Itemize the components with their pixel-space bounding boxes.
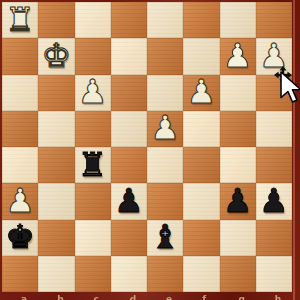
square-c7[interactable] (75, 38, 111, 74)
square-f6[interactable]: ♟ (183, 75, 219, 111)
square-h6[interactable] (256, 75, 292, 111)
square-e4[interactable] (147, 147, 183, 183)
black-pawn[interactable]: ♟ (223, 184, 253, 217)
white-pawn[interactable]: ♟ (78, 75, 108, 108)
file-label-a: a (21, 295, 27, 300)
square-e5[interactable]: ♟ (147, 111, 183, 147)
square-g3[interactable]: ♟ (220, 183, 256, 219)
square-c1[interactable] (75, 256, 111, 292)
square-b8[interactable] (38, 2, 74, 38)
square-d7[interactable] (111, 38, 147, 74)
file-label-b: b (57, 295, 63, 300)
square-f2[interactable] (183, 220, 219, 256)
square-f7[interactable] (183, 38, 219, 74)
square-a1[interactable] (2, 256, 38, 292)
black-bishop[interactable]: ♝ (150, 220, 180, 253)
square-b3[interactable] (38, 183, 74, 219)
square-c2[interactable] (75, 220, 111, 256)
frame-edge-highlight (293, 0, 295, 300)
black-king[interactable]: ♚ (5, 220, 35, 253)
square-a7[interactable] (2, 38, 38, 74)
square-c6[interactable]: ♟ (75, 75, 111, 111)
square-b1[interactable] (38, 256, 74, 292)
square-c4[interactable]: ♜ (75, 147, 111, 183)
square-a5[interactable] (2, 111, 38, 147)
square-a3[interactable]: ♟ (2, 183, 38, 219)
white-rook[interactable]: ♜ (5, 3, 35, 36)
square-d6[interactable] (111, 75, 147, 111)
file-label-d: d (130, 295, 136, 300)
square-b4[interactable] (38, 147, 74, 183)
white-pawn[interactable]: ♟ (223, 39, 253, 72)
file-label-h: h (275, 295, 281, 300)
square-h8[interactable] (256, 2, 292, 38)
square-f1[interactable] (183, 256, 219, 292)
square-a8[interactable]: ♜ (2, 2, 38, 38)
square-d2[interactable] (111, 220, 147, 256)
square-a2[interactable]: ♚ (2, 220, 38, 256)
square-f5[interactable] (183, 111, 219, 147)
square-d3[interactable]: ♟ (111, 183, 147, 219)
white-king[interactable]: ♚ (42, 39, 72, 72)
square-h1[interactable] (256, 256, 292, 292)
square-e1[interactable] (147, 256, 183, 292)
board-frame: ♜♚♟♟♟♟♟♜♟♟♟♟♚♝ abcdefgh (0, 0, 300, 300)
square-c5[interactable] (75, 111, 111, 147)
chess-board: ♜♚♟♟♟♟♟♜♟♟♟♟♚♝ (2, 2, 292, 292)
square-f8[interactable] (183, 2, 219, 38)
square-b2[interactable] (38, 220, 74, 256)
square-g4[interactable] (220, 147, 256, 183)
square-a6[interactable] (2, 75, 38, 111)
file-label-c: c (94, 295, 99, 300)
white-pawn[interactable]: ♟ (259, 39, 289, 72)
square-g6[interactable] (220, 75, 256, 111)
square-c3[interactable] (75, 183, 111, 219)
white-pawn[interactable]: ♟ (187, 75, 217, 108)
square-e7[interactable] (147, 38, 183, 74)
square-f4[interactable] (183, 147, 219, 183)
square-b7[interactable]: ♚ (38, 38, 74, 74)
square-e6[interactable] (147, 75, 183, 111)
file-label-g: g (239, 295, 245, 300)
square-h4[interactable] (256, 147, 292, 183)
square-g5[interactable] (220, 111, 256, 147)
black-pawn[interactable]: ♟ (259, 184, 289, 217)
square-d1[interactable] (111, 256, 147, 292)
square-d8[interactable] (111, 2, 147, 38)
square-b6[interactable] (38, 75, 74, 111)
square-g7[interactable]: ♟ (220, 38, 256, 74)
square-e3[interactable] (147, 183, 183, 219)
square-b5[interactable] (38, 111, 74, 147)
square-h3[interactable]: ♟ (256, 183, 292, 219)
square-e2[interactable]: ♝ (147, 220, 183, 256)
square-f3[interactable] (183, 183, 219, 219)
square-h5[interactable] (256, 111, 292, 147)
square-d4[interactable] (111, 147, 147, 183)
square-g2[interactable] (220, 220, 256, 256)
black-pawn[interactable]: ♟ (114, 184, 144, 217)
square-g1[interactable] (220, 256, 256, 292)
square-c8[interactable] (75, 2, 111, 38)
square-a4[interactable] (2, 147, 38, 183)
square-h7[interactable]: ♟ (256, 38, 292, 74)
square-e8[interactable] (147, 2, 183, 38)
white-pawn[interactable]: ♟ (150, 111, 180, 144)
square-d5[interactable] (111, 111, 147, 147)
white-pawn[interactable]: ♟ (5, 184, 35, 217)
file-label-f: f (202, 295, 206, 300)
file-label-e: e (166, 295, 172, 300)
square-h2[interactable] (256, 220, 292, 256)
black-rook[interactable]: ♜ (78, 148, 108, 181)
square-g8[interactable] (220, 2, 256, 38)
